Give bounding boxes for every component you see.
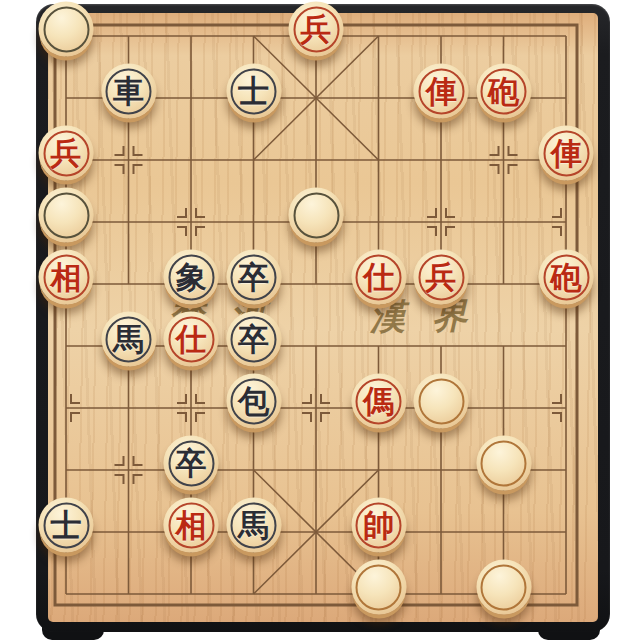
piece-black-horse[interactable]: 馬 — [101, 312, 156, 367]
intersection-f2r8[interactable]: 相 — [160, 501, 223, 563]
intersection-f3r0[interactable] — [222, 5, 285, 67]
piece-hidden-black[interactable] — [39, 188, 94, 243]
piece-red-elephant[interactable]: 相 — [164, 498, 219, 553]
piece-ring — [43, 192, 89, 238]
piece-character: 包 — [226, 374, 281, 429]
piece-red-chariot[interactable]: 俥 — [414, 64, 469, 119]
intersection-f3r5[interactable]: 卒 — [222, 315, 285, 377]
intersection-f4r6[interactable] — [285, 377, 348, 439]
intersection-f0r3[interactable] — [35, 191, 98, 253]
piece-red-soldier[interactable]: 兵 — [39, 126, 94, 181]
piece-character: 車 — [101, 64, 156, 119]
intersection-f0r9[interactable] — [35, 563, 98, 625]
intersection-f8r5[interactable] — [535, 315, 598, 377]
piece-ring — [481, 564, 527, 610]
intersection-f5r2[interactable] — [347, 129, 410, 191]
intersection-f5r4[interactable]: 仕 — [347, 253, 410, 315]
piece-character: 俥 — [539, 126, 594, 181]
xiangqi-board-app: 楚河 漢界 兵車士俥砲兵俥相象卒仕兵砲馬仕卒包傌卒士相馬帥 — [0, 0, 640, 640]
intersection-f0r7[interactable] — [35, 439, 98, 501]
intersection-f8r0[interactable] — [535, 5, 598, 67]
piece-ring — [356, 564, 402, 610]
intersection-f2r9[interactable] — [160, 563, 223, 625]
piece-black-soldier[interactable]: 卒 — [164, 436, 219, 491]
intersection-f4r8[interactable] — [285, 501, 348, 563]
intersection-f7r8[interactable] — [472, 501, 535, 563]
intersection-f0r5[interactable] — [35, 315, 98, 377]
intersection-f3r9[interactable] — [222, 563, 285, 625]
intersection-f6r4[interactable]: 兵 — [410, 253, 473, 315]
intersection-f5r9[interactable] — [347, 563, 410, 625]
intersection-f7r9[interactable] — [472, 563, 535, 625]
intersection-f5r3[interactable] — [347, 191, 410, 253]
piece-red-elephant[interactable]: 相 — [39, 250, 94, 305]
intersection-f6r8[interactable] — [410, 501, 473, 563]
piece-character: 傌 — [351, 374, 406, 429]
intersection-f4r9[interactable] — [285, 563, 348, 625]
intersection-f6r2[interactable] — [410, 129, 473, 191]
intersection-f3r3[interactable] — [222, 191, 285, 253]
piece-character: 兵 — [414, 250, 469, 305]
intersection-f3r1[interactable]: 士 — [222, 67, 285, 129]
piece-black-cannon[interactable]: 包 — [226, 374, 281, 429]
intersection-f8r4[interactable]: 砲 — [535, 253, 598, 315]
piece-character: 兵 — [39, 126, 94, 181]
piece-red-cannon[interactable]: 砲 — [476, 64, 531, 119]
piece-black-horse[interactable]: 馬 — [226, 498, 281, 553]
piece-red-general[interactable]: 帥 — [351, 498, 406, 553]
piece-character: 卒 — [164, 436, 219, 491]
piece-character: 相 — [164, 498, 219, 553]
piece-character: 砲 — [539, 250, 594, 305]
piece-ring — [418, 378, 464, 424]
intersection-f6r0[interactable] — [410, 5, 473, 67]
intersection-f0r8[interactable]: 士 — [35, 501, 98, 563]
piece-hidden-black[interactable] — [39, 2, 94, 57]
intersection-f2r1[interactable] — [160, 67, 223, 129]
piece-red-soldier[interactable]: 兵 — [414, 250, 469, 305]
piece-red-advisor[interactable]: 仕 — [351, 250, 406, 305]
piece-character: 仕 — [164, 312, 219, 367]
intersection-f0r1[interactable] — [35, 67, 98, 129]
intersection-f5r1[interactable] — [347, 67, 410, 129]
intersection-f2r7[interactable]: 卒 — [160, 439, 223, 501]
intersection-f0r4[interactable]: 相 — [35, 253, 98, 315]
piece-character: 象 — [164, 250, 219, 305]
intersection-f0r6[interactable] — [35, 377, 98, 439]
piece-red-horse[interactable]: 傌 — [351, 374, 406, 429]
intersection-f5r7[interactable] — [347, 439, 410, 501]
piece-character: 俥 — [414, 64, 469, 119]
piece-ring — [43, 6, 89, 52]
intersection-f2r5[interactable]: 仕 — [160, 315, 223, 377]
intersection-f3r7[interactable] — [222, 439, 285, 501]
piece-character: 兵 — [289, 2, 344, 57]
intersection-f3r6[interactable]: 包 — [222, 377, 285, 439]
intersection-f7r6[interactable] — [472, 377, 535, 439]
piece-hidden-red[interactable] — [476, 560, 531, 615]
piece-red-advisor[interactable]: 仕 — [164, 312, 219, 367]
intersection-f8r3[interactable] — [535, 191, 598, 253]
piece-character: 士 — [226, 64, 281, 119]
intersection-f1r1[interactable]: 車 — [97, 67, 160, 129]
intersection-f7r3[interactable] — [472, 191, 535, 253]
intersection-f3r8[interactable]: 馬 — [222, 501, 285, 563]
piece-black-soldier[interactable]: 卒 — [226, 250, 281, 305]
intersection-f5r8[interactable]: 帥 — [347, 501, 410, 563]
intersection-f0r0[interactable] — [35, 5, 98, 67]
intersection-f4r5[interactable] — [285, 315, 348, 377]
piece-hidden-red[interactable] — [414, 374, 469, 429]
intersection-f5r6[interactable]: 傌 — [347, 377, 410, 439]
piece-character: 仕 — [351, 250, 406, 305]
intersection-f2r2[interactable] — [160, 129, 223, 191]
piece-character: 帥 — [351, 498, 406, 553]
intersection-f8r9[interactable] — [535, 563, 598, 625]
intersection-f6r1[interactable]: 俥 — [410, 67, 473, 129]
intersection-f2r4[interactable]: 象 — [160, 253, 223, 315]
intersection-f1r8[interactable] — [97, 501, 160, 563]
intersection-f1r0[interactable] — [97, 5, 160, 67]
intersection-f4r1[interactable] — [285, 67, 348, 129]
piece-black-chariot[interactable]: 車 — [101, 64, 156, 119]
intersection-f1r7[interactable] — [97, 439, 160, 501]
piece-black-advisor[interactable]: 士 — [226, 64, 281, 119]
intersection-f7r0[interactable] — [472, 5, 535, 67]
piece-hidden-red[interactable] — [476, 436, 531, 491]
piece-ring — [293, 192, 339, 238]
intersection-f8r7[interactable] — [535, 439, 598, 501]
intersection-f7r1[interactable]: 砲 — [472, 67, 535, 129]
intersection-f7r7[interactable] — [472, 439, 535, 501]
piece-red-cannon[interactable]: 砲 — [539, 250, 594, 305]
piece-ring — [481, 440, 527, 486]
intersection-f1r2[interactable] — [97, 129, 160, 191]
intersection-f4r3[interactable] — [285, 191, 348, 253]
piece-hidden-black[interactable] — [289, 188, 344, 243]
intersection-f6r6[interactable] — [410, 377, 473, 439]
intersection-f3r4[interactable]: 卒 — [222, 253, 285, 315]
intersection-f4r0[interactable]: 兵 — [285, 5, 348, 67]
piece-character: 卒 — [226, 312, 281, 367]
piece-black-elephant[interactable]: 象 — [164, 250, 219, 305]
intersection-f4r7[interactable] — [285, 439, 348, 501]
piece-red-chariot[interactable]: 俥 — [539, 126, 594, 181]
piece-character: 馬 — [101, 312, 156, 367]
intersection-f8r1[interactable] — [535, 67, 598, 129]
piece-hidden-red[interactable] — [351, 560, 406, 615]
intersection-f4r2[interactable] — [285, 129, 348, 191]
piece-character: 相 — [39, 250, 94, 305]
intersection-f2r6[interactable] — [160, 377, 223, 439]
piece-red-soldier[interactable]: 兵 — [289, 2, 344, 57]
intersection-f2r3[interactable] — [160, 191, 223, 253]
intersection-f4r4[interactable] — [285, 253, 348, 315]
piece-black-advisor[interactable]: 士 — [39, 498, 94, 553]
intersection-f0r2[interactable]: 兵 — [35, 129, 98, 191]
intersection-f6r9[interactable] — [410, 563, 473, 625]
intersection-f6r3[interactable] — [410, 191, 473, 253]
intersection-f1r3[interactable] — [97, 191, 160, 253]
intersection-f5r5[interactable] — [347, 315, 410, 377]
piece-black-soldier[interactable]: 卒 — [226, 312, 281, 367]
intersection-f7r5[interactable] — [472, 315, 535, 377]
board-grid: 兵車士俥砲兵俥相象卒仕兵砲馬仕卒包傌卒士相馬帥 — [35, 5, 598, 625]
intersection-f8r2[interactable]: 俥 — [535, 129, 598, 191]
intersection-f8r8[interactable] — [535, 501, 598, 563]
piece-character: 砲 — [476, 64, 531, 119]
intersection-f2r0[interactable] — [160, 5, 223, 67]
piece-character: 馬 — [226, 498, 281, 553]
intersection-f1r9[interactable] — [97, 563, 160, 625]
intersection-f1r5[interactable]: 馬 — [97, 315, 160, 377]
piece-character: 卒 — [226, 250, 281, 305]
intersection-f6r7[interactable] — [410, 439, 473, 501]
intersection-f3r2[interactable] — [222, 129, 285, 191]
intersection-f7r4[interactable] — [472, 253, 535, 315]
intersection-f8r6[interactable] — [535, 377, 598, 439]
piece-character: 士 — [39, 498, 94, 553]
intersection-f1r4[interactable] — [97, 253, 160, 315]
intersection-f1r6[interactable] — [97, 377, 160, 439]
intersection-f7r2[interactable] — [472, 129, 535, 191]
intersection-f6r5[interactable] — [410, 315, 473, 377]
intersection-f5r0[interactable] — [347, 5, 410, 67]
